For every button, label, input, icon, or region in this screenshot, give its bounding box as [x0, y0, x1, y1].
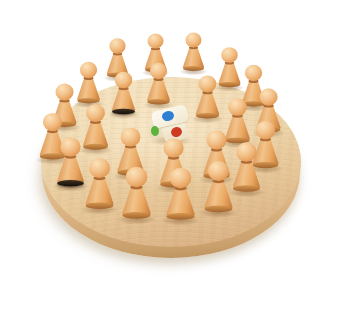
pawn-base: [83, 144, 108, 150]
memory-chess-photo: [0, 0, 340, 310]
pawn-base: [233, 185, 260, 191]
pawn-base: [111, 109, 134, 115]
pawn-head: [163, 138, 183, 157]
pawn[interactable]: [76, 62, 100, 105]
pawn[interactable]: [121, 167, 151, 221]
pawn-head: [120, 128, 140, 147]
pawn-head: [221, 47, 238, 63]
pawn-head: [60, 137, 80, 156]
pawn-base: [85, 202, 113, 209]
pawn[interactable]: [231, 142, 260, 194]
pawn-head: [198, 76, 216, 93]
pawn[interactable]: [217, 47, 241, 89]
pawn-head: [125, 167, 146, 187]
pawn-head: [236, 142, 256, 161]
pawn-base: [218, 82, 240, 87]
pawn-head: [206, 131, 226, 150]
pawn-head: [255, 121, 275, 140]
pawn-base: [183, 66, 204, 71]
pawn[interactable]: [165, 168, 196, 222]
pawn-head: [244, 65, 261, 81]
pawn[interactable]: [182, 32, 205, 72]
pawn-head: [114, 72, 132, 89]
pawn-base: [57, 180, 84, 186]
pawn[interactable]: [82, 104, 109, 152]
pawn-head: [149, 63, 166, 79]
pawn-head: [259, 88, 277, 105]
pawn-base: [166, 213, 194, 220]
pawn-head: [185, 32, 201, 47]
pawn-base: [204, 206, 232, 213]
pawn-base: [147, 99, 170, 104]
pawn-head: [147, 33, 163, 48]
pawn-head: [79, 62, 96, 78]
pawn-head: [109, 38, 125, 53]
pawn[interactable]: [146, 63, 170, 106]
pawn-dark-base[interactable]: [56, 137, 85, 188]
pawn-head: [86, 104, 105, 122]
pawn[interactable]: [84, 158, 114, 211]
pawn-head: [42, 113, 61, 131]
pawn[interactable]: [194, 76, 219, 121]
pieces-layer: [0, 0, 340, 310]
pawn-head: [169, 168, 190, 188]
pawn-head: [88, 158, 109, 178]
pawn-dark-base[interactable]: [111, 72, 136, 116]
pawn-base: [195, 113, 218, 119]
pawn-base: [77, 98, 100, 103]
pawn-base: [122, 212, 150, 219]
pawn-head: [207, 161, 228, 181]
pawn[interactable]: [203, 161, 233, 215]
pawn-head: [228, 98, 247, 116]
pawn-head: [55, 83, 73, 100]
